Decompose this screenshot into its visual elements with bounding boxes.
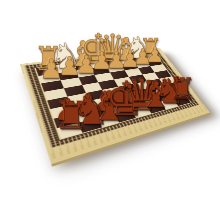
black-rook: ♜ xyxy=(169,75,196,105)
white-pawn: ♟ xyxy=(145,45,164,66)
chess-set-photo: ♜♞♝♚♛♝♞♜♟♟♟♟♟♟♟♟♟♟♟♟♟♟♟♟♜♞♝♚♛♝♞♜ xyxy=(0,0,220,200)
